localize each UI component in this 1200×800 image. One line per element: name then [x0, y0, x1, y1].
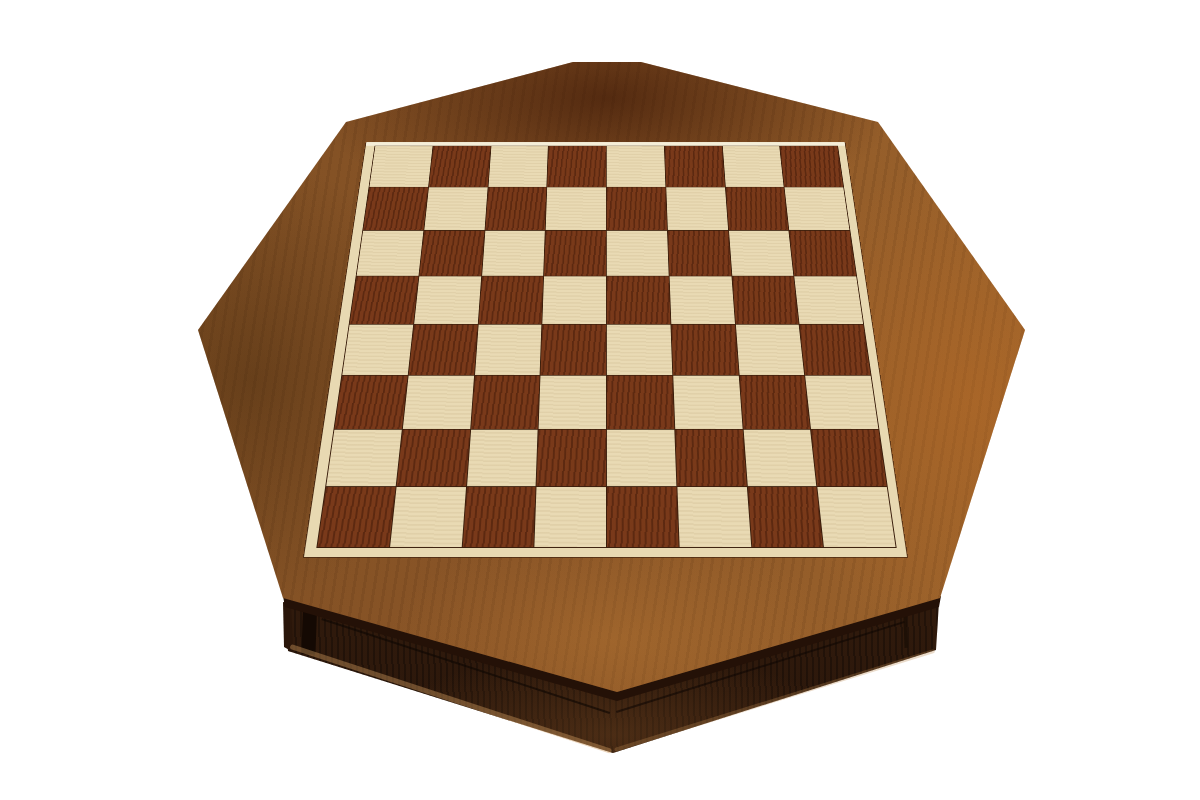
square-a4[interactable] — [342, 325, 413, 375]
chessboard — [304, 142, 907, 557]
square-d7[interactable] — [546, 187, 606, 230]
square-c1[interactable] — [462, 487, 536, 547]
board-border-top-strip — [366, 142, 845, 145]
square-c5[interactable] — [478, 276, 543, 324]
board-grid — [316, 146, 896, 548]
square-f3[interactable] — [673, 376, 742, 429]
square-g2[interactable] — [743, 430, 816, 486]
square-g7[interactable] — [725, 187, 788, 230]
square-b6[interactable] — [419, 231, 484, 276]
square-d4[interactable] — [541, 325, 606, 375]
square-a8[interactable] — [369, 146, 432, 187]
square-g1[interactable] — [747, 487, 823, 547]
square-d8[interactable] — [547, 146, 606, 187]
square-e3[interactable] — [607, 376, 674, 429]
square-e7[interactable] — [607, 187, 667, 230]
square-b2[interactable] — [396, 430, 469, 486]
square-c6[interactable] — [482, 231, 545, 276]
square-f7[interactable] — [666, 187, 728, 230]
square-a6[interactable] — [357, 231, 424, 276]
square-b5[interactable] — [414, 276, 481, 324]
square-c7[interactable] — [485, 187, 547, 230]
square-g4[interactable] — [735, 325, 804, 375]
square-d2[interactable] — [537, 430, 606, 486]
square-a7[interactable] — [363, 187, 428, 230]
square-f2[interactable] — [675, 430, 746, 486]
square-f5[interactable] — [669, 276, 734, 324]
square-e5[interactable] — [607, 276, 670, 324]
square-g6[interactable] — [729, 231, 794, 276]
square-h4[interactable] — [800, 325, 871, 375]
square-h3[interactable] — [805, 376, 878, 429]
square-h1[interactable] — [818, 487, 896, 547]
square-e4[interactable] — [607, 325, 672, 375]
square-b7[interactable] — [424, 187, 487, 230]
square-h8[interactable] — [780, 146, 843, 187]
square-d1[interactable] — [535, 487, 606, 547]
square-h2[interactable] — [811, 430, 886, 486]
square-d6[interactable] — [544, 231, 606, 276]
square-f1[interactable] — [677, 487, 751, 547]
square-g3[interactable] — [739, 376, 810, 429]
square-a5[interactable] — [350, 276, 419, 324]
square-h6[interactable] — [789, 231, 856, 276]
square-d3[interactable] — [539, 376, 606, 429]
square-e8[interactable] — [607, 146, 666, 187]
square-f4[interactable] — [671, 325, 738, 375]
square-h7[interactable] — [785, 187, 850, 230]
square-b1[interactable] — [390, 487, 466, 547]
square-f6[interactable] — [668, 231, 731, 276]
square-f8[interactable] — [665, 146, 725, 187]
square-b3[interactable] — [403, 376, 474, 429]
square-e2[interactable] — [607, 430, 676, 486]
square-d5[interactable] — [543, 276, 606, 324]
square-e6[interactable] — [607, 231, 669, 276]
square-g8[interactable] — [722, 146, 783, 187]
square-e1[interactable] — [607, 487, 678, 547]
square-a2[interactable] — [326, 430, 401, 486]
square-a1[interactable] — [317, 487, 395, 547]
square-h5[interactable] — [794, 276, 863, 324]
square-g5[interactable] — [732, 276, 799, 324]
square-c3[interactable] — [471, 376, 540, 429]
square-c2[interactable] — [467, 430, 538, 486]
square-b4[interactable] — [408, 325, 477, 375]
square-a3[interactable] — [334, 376, 407, 429]
square-c8[interactable] — [488, 146, 548, 187]
square-b8[interactable] — [429, 146, 490, 187]
square-c4[interactable] — [475, 325, 542, 375]
product-photo-scene — [0, 0, 1200, 800]
